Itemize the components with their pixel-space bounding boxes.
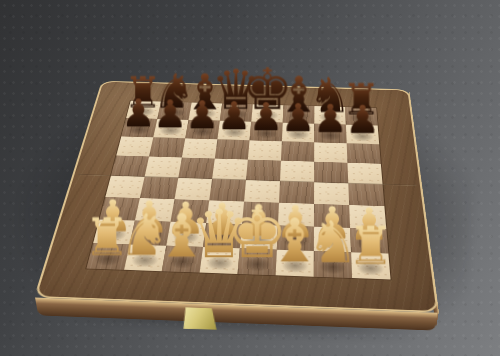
square-g5[interactable] (314, 162, 348, 184)
square-e5[interactable] (246, 160, 281, 182)
square-d5[interactable] (212, 159, 248, 180)
piece-black-pawn-h7[interactable]: ♟ (326, 102, 400, 139)
square-c6[interactable] (182, 138, 218, 158)
square-b6[interactable] (149, 137, 185, 157)
square-h5[interactable] (347, 163, 382, 185)
piece-white-rook-h1[interactable]: ♜ (327, 222, 414, 272)
brass-latch (181, 307, 216, 330)
square-h6[interactable] (347, 143, 381, 164)
square-a6[interactable] (116, 136, 153, 156)
square-d6[interactable] (215, 139, 250, 159)
board-grid: ♜♞♝♛♚♝♞♜♟♟♟♟♟♟♟♟♟♟♟♟♟♟♟♟♜♞♝♛♚♝♞♜ (86, 101, 390, 280)
square-b5[interactable] (145, 156, 182, 177)
square-f5[interactable] (280, 161, 314, 183)
square-e6[interactable] (248, 140, 282, 160)
square-h7[interactable]: ♟ (346, 125, 379, 145)
chess-board: ♜♞♝♛♚♝♞♜♟♟♟♟♟♟♟♟♟♟♟♟♟♟♟♟♜♞♝♛♚♝♞♜ (34, 81, 439, 313)
board-frame: ♜♞♝♛♚♝♞♜♟♟♟♟♟♟♟♟♟♟♟♟♟♟♟♟♜♞♝♛♚♝♞♜ (34, 81, 439, 313)
square-f6[interactable] (281, 141, 314, 161)
square-h1[interactable]: ♜ (351, 252, 390, 279)
square-a5[interactable] (111, 155, 149, 176)
square-g6[interactable] (314, 142, 347, 163)
chess-set-photo: ♜♞♝♛♚♝♞♜♟♟♟♟♟♟♟♟♟♟♟♟♟♟♟♟♜♞♝♛♚♝♞♜ (0, 0, 500, 356)
square-c5[interactable] (178, 158, 215, 179)
